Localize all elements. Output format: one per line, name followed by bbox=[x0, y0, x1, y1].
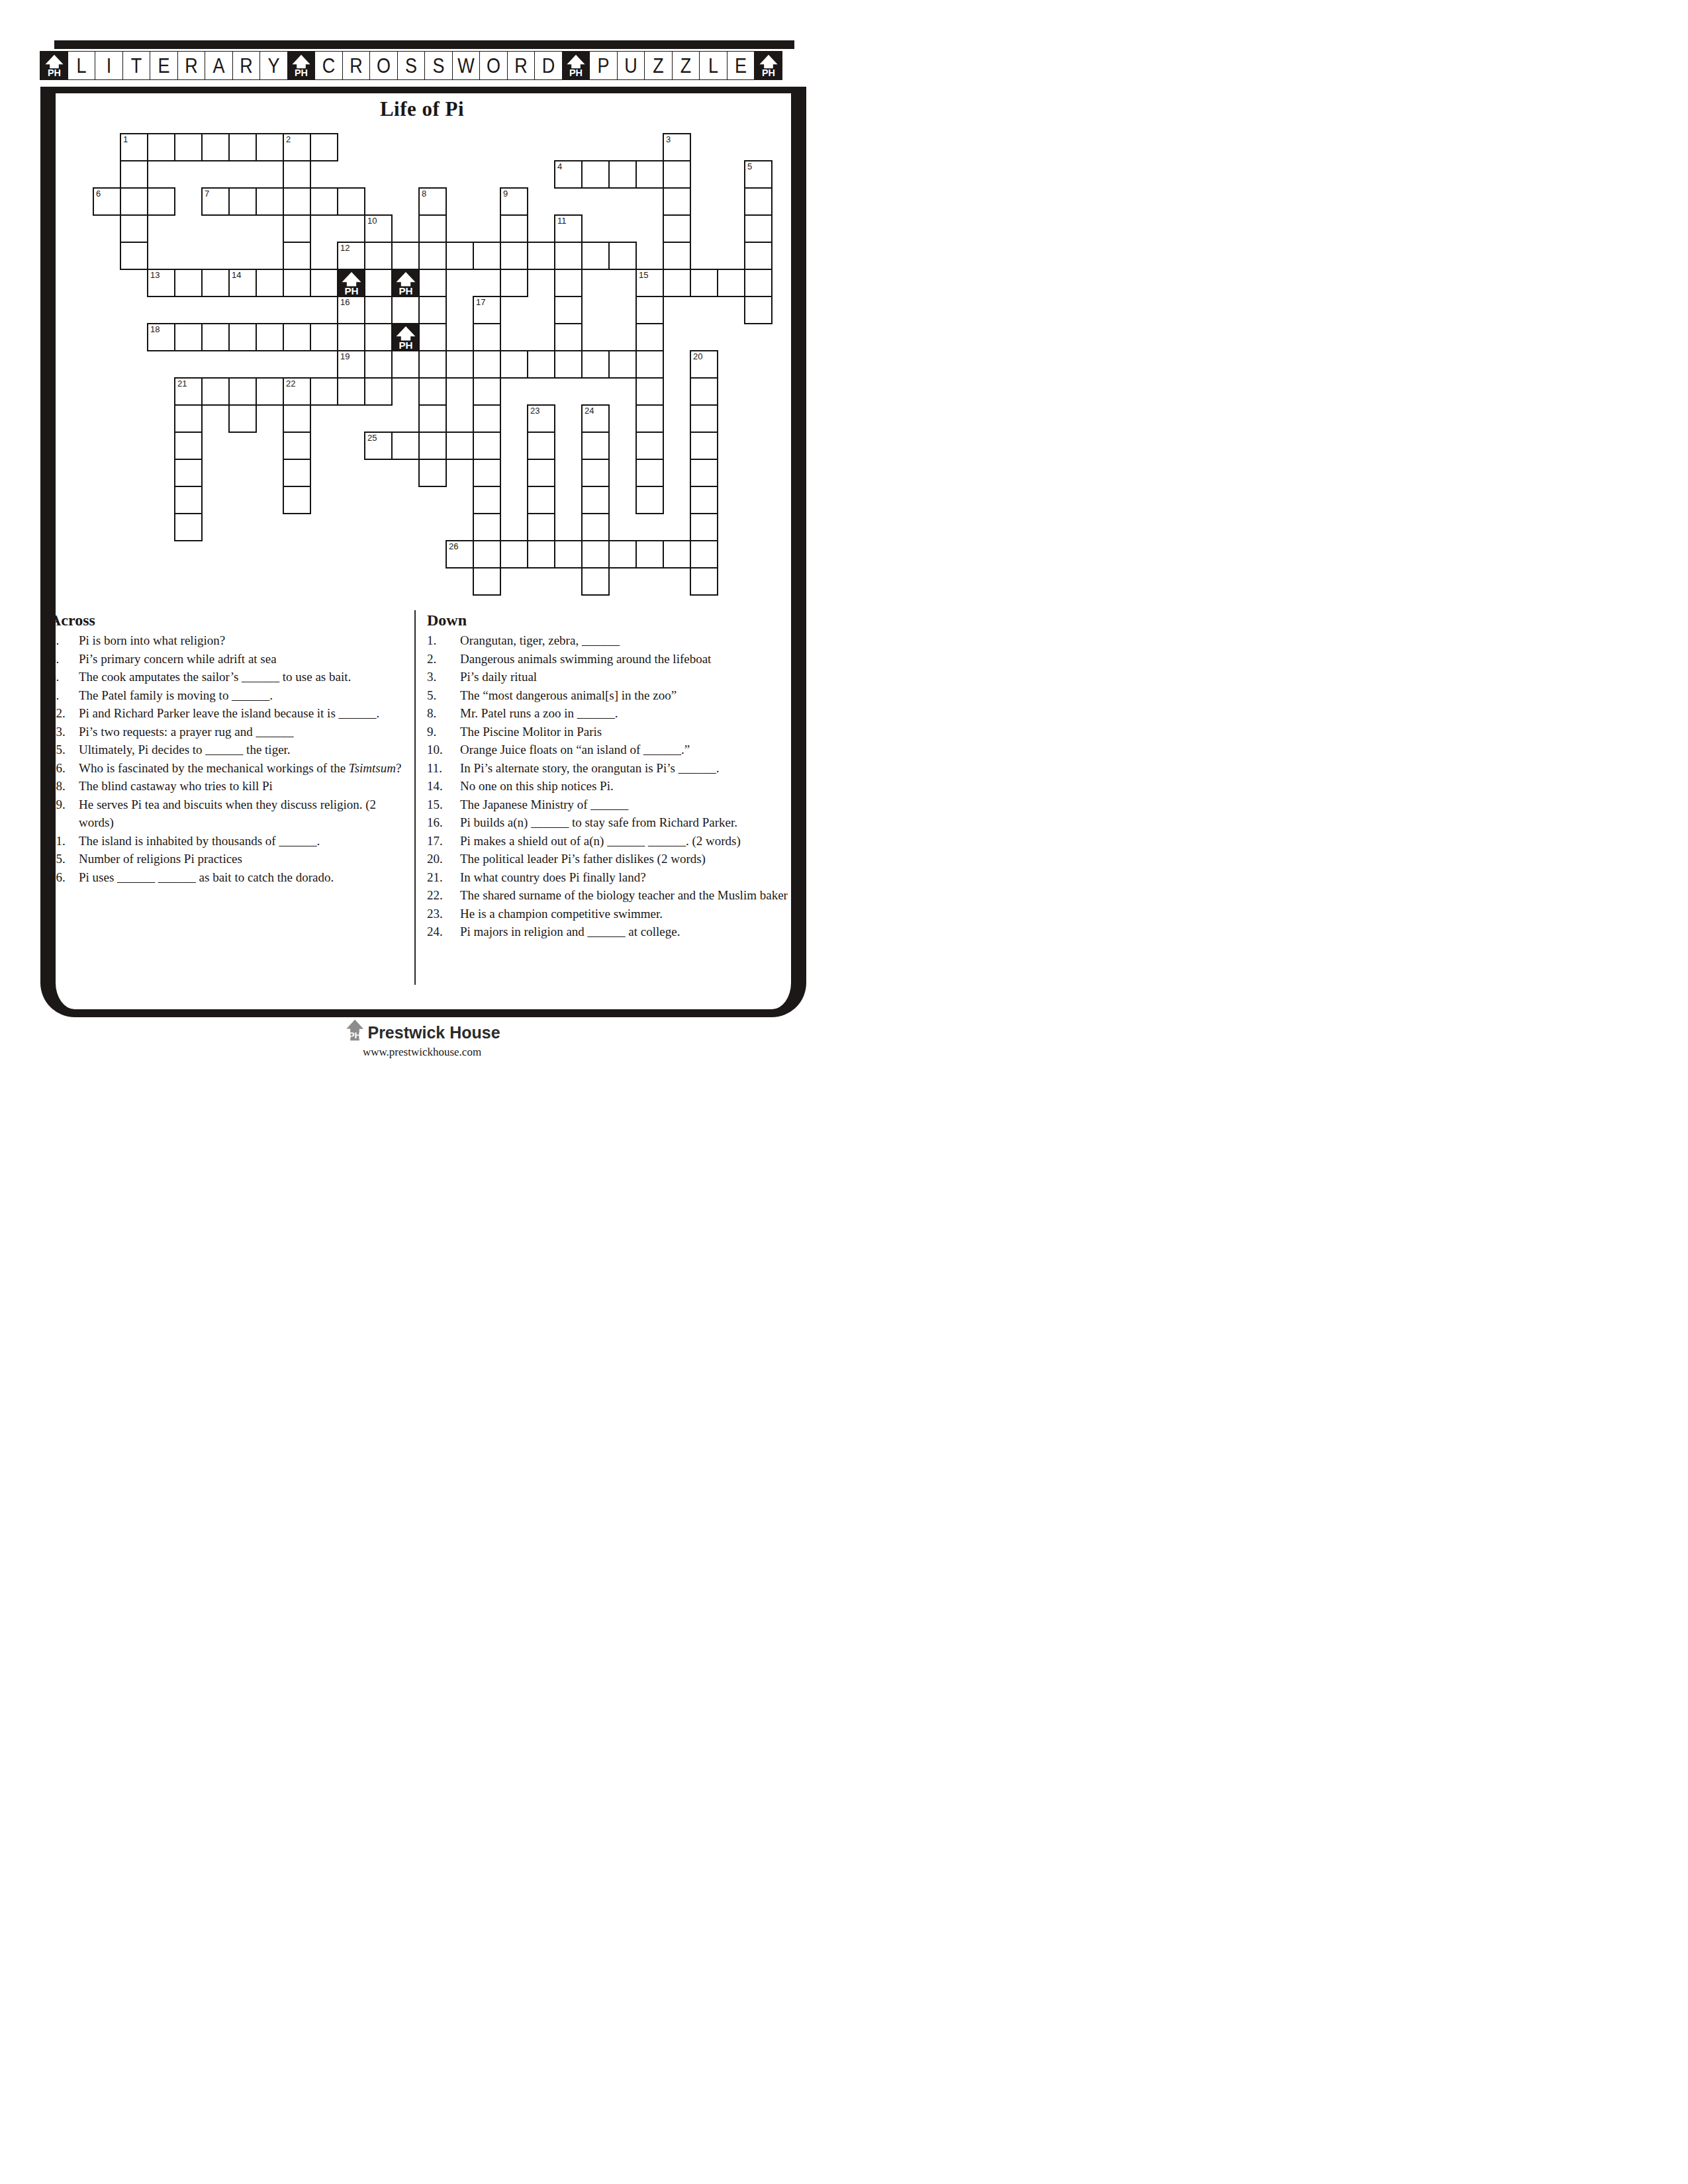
grid-cell[interactable] bbox=[581, 432, 610, 460]
clue-number: 25. bbox=[50, 850, 79, 868]
grid-cell[interactable] bbox=[635, 404, 664, 433]
clue-number-label: 14 bbox=[232, 271, 241, 280]
grid-cell[interactable] bbox=[744, 214, 773, 243]
clue-number-label: 3 bbox=[666, 135, 671, 144]
grid-cell[interactable] bbox=[690, 432, 718, 460]
clue-column-divider bbox=[414, 610, 416, 985]
grid-cell[interactable] bbox=[635, 486, 664, 514]
grid-cell[interactable]: 17 bbox=[473, 296, 501, 324]
grid-cell[interactable] bbox=[256, 323, 284, 351]
clue-item: 25.Number of religions Pi practices bbox=[50, 850, 407, 868]
clue-number-label: 8 bbox=[422, 189, 426, 199]
clue-text: Number of religions Pi practices bbox=[79, 850, 407, 868]
grid-cell[interactable] bbox=[310, 377, 338, 406]
grid-cell[interactable] bbox=[228, 404, 257, 433]
clue-number: 11. bbox=[427, 759, 460, 778]
grid-cell[interactable] bbox=[663, 160, 691, 189]
grid-cell[interactable] bbox=[364, 323, 393, 351]
grid-cell[interactable] bbox=[690, 404, 718, 433]
grid-cell[interactable] bbox=[635, 160, 664, 189]
grid-cell[interactable] bbox=[473, 377, 501, 406]
banner-letter-tile: U bbox=[617, 51, 645, 80]
grid-cell[interactable] bbox=[283, 404, 311, 433]
clue-item: 17.Pi makes a shield out of a(n) ______ … bbox=[427, 832, 788, 850]
grid-cell[interactable]: 9 bbox=[500, 187, 528, 216]
grid-cell[interactable] bbox=[635, 432, 664, 460]
clue-number-label: 16 bbox=[340, 298, 350, 307]
grid-cell[interactable] bbox=[445, 350, 474, 379]
grid-cell[interactable] bbox=[581, 350, 610, 379]
grid-cell[interactable]: 7 bbox=[201, 187, 230, 216]
clue-number: 5. bbox=[427, 686, 460, 705]
grid-cell[interactable] bbox=[310, 187, 338, 216]
clue-text: The Japanese Ministry of ______ bbox=[460, 796, 788, 814]
down-clue-list: 1.Orangutan, tiger, zebra, ______2.Dange… bbox=[427, 631, 788, 941]
publisher-logo-row: PH Prestwick House bbox=[0, 1019, 844, 1046]
clue-text: Pi majors in religion and ______ at coll… bbox=[460, 923, 788, 941]
clue-number-label: 21 bbox=[177, 379, 187, 388]
grid-cell[interactable] bbox=[418, 323, 447, 351]
clue-item: 19.He serves Pi tea and biscuits when th… bbox=[50, 796, 407, 832]
grid-cell[interactable] bbox=[690, 513, 718, 541]
clue-text: Pi uses ______ ______ as bait to catch t… bbox=[79, 868, 407, 887]
grid-cell[interactable] bbox=[608, 350, 637, 379]
banner-letter-tile: A bbox=[205, 51, 233, 80]
grid-cell[interactable] bbox=[554, 269, 583, 297]
grid-cell[interactable] bbox=[391, 432, 420, 460]
clue-number-label: 9 bbox=[503, 189, 508, 199]
clue-number-label: 1 bbox=[123, 135, 128, 144]
clue-text: Pi’s daily ritual bbox=[460, 668, 788, 686]
clue-number: 9. bbox=[427, 723, 460, 741]
grid-cell[interactable] bbox=[744, 296, 773, 324]
ph-house-icon: PH bbox=[562, 51, 590, 80]
clue-number-label: 19 bbox=[340, 352, 350, 361]
grid-cell[interactable] bbox=[310, 269, 338, 297]
grid-cell[interactable] bbox=[418, 214, 447, 243]
grid-cell[interactable] bbox=[445, 432, 474, 460]
banner-letter-tile: C bbox=[314, 51, 343, 80]
grid-cell[interactable] bbox=[635, 459, 664, 487]
grid-cell[interactable] bbox=[228, 187, 257, 216]
grid-cell[interactable] bbox=[744, 242, 773, 270]
grid-cell[interactable] bbox=[391, 296, 420, 324]
grid-cell[interactable] bbox=[174, 432, 203, 460]
clue-number: 15. bbox=[50, 741, 79, 759]
banner-letter-tile: R bbox=[232, 51, 261, 80]
clue-item: 13.Pi’s two requests: a prayer rug and _… bbox=[50, 723, 407, 741]
clue-text: Mr. Patel runs a zoo in ______. bbox=[460, 704, 788, 723]
grid-cell[interactable] bbox=[473, 404, 501, 433]
clue-item: 26.Pi uses ______ ______ as bait to catc… bbox=[50, 868, 407, 887]
svg-text:PH: PH bbox=[399, 340, 412, 349]
grid-cell[interactable] bbox=[690, 486, 718, 514]
grid-cell[interactable] bbox=[283, 486, 311, 514]
svg-text:PH: PH bbox=[295, 68, 308, 77]
grid-cell[interactable] bbox=[581, 513, 610, 541]
grid-cell[interactable] bbox=[283, 269, 311, 297]
grid-cell[interactable] bbox=[310, 133, 338, 161]
grid-cell[interactable] bbox=[228, 323, 257, 351]
grid-cell[interactable] bbox=[663, 187, 691, 216]
grid-cell[interactable] bbox=[500, 350, 528, 379]
clue-number: 3. bbox=[427, 668, 460, 686]
grid-cell[interactable] bbox=[147, 187, 175, 216]
clue-text: Pi’s two requests: a prayer rug and ____… bbox=[79, 723, 407, 741]
grid-cell[interactable] bbox=[283, 432, 311, 460]
grid-cell[interactable] bbox=[581, 567, 610, 596]
grid-cell[interactable]: 21 bbox=[174, 377, 203, 406]
grid-cell[interactable] bbox=[581, 459, 610, 487]
grid-cell[interactable]: 2 bbox=[283, 133, 311, 161]
clue-item: 5.The “most dangerous animal[s] in the z… bbox=[427, 686, 788, 705]
grid-cell[interactable] bbox=[310, 323, 338, 351]
grid-cell[interactable] bbox=[500, 214, 528, 243]
clue-text: Pi builds a(n) ______ to stay safe from … bbox=[460, 813, 788, 832]
grid-cell[interactable] bbox=[364, 296, 393, 324]
grid-cell[interactable]: 11 bbox=[554, 214, 583, 243]
prestwick-house-logo-icon: PH bbox=[344, 1019, 366, 1046]
clue-number-label: 12 bbox=[340, 244, 350, 253]
grid-cell[interactable] bbox=[473, 323, 501, 351]
grid-cell[interactable] bbox=[120, 160, 148, 189]
grid-cell[interactable] bbox=[256, 269, 284, 297]
clue-number-label: 26 bbox=[449, 542, 458, 551]
grid-cell[interactable] bbox=[554, 540, 583, 569]
grid-cell[interactable] bbox=[635, 350, 664, 379]
clue-number: 2. bbox=[427, 650, 460, 668]
grid-cell[interactable]: 19 bbox=[337, 350, 365, 379]
grid-cell[interactable] bbox=[527, 350, 555, 379]
clue-number-label: 17 bbox=[476, 298, 485, 307]
grid-cell[interactable] bbox=[527, 242, 555, 270]
clue-number: 7. bbox=[50, 686, 79, 705]
clue-number-label: 15 bbox=[639, 271, 648, 280]
clue-item: 4.Pi’s primary concern while adrift at s… bbox=[50, 650, 407, 668]
grid-cell[interactable] bbox=[473, 432, 501, 460]
svg-text:PH: PH bbox=[399, 285, 412, 295]
grid-cell[interactable] bbox=[473, 242, 501, 270]
grid-cell[interactable] bbox=[418, 404, 447, 433]
grid-cell[interactable] bbox=[690, 269, 718, 297]
grid-cell[interactable] bbox=[581, 242, 610, 270]
svg-text:PH: PH bbox=[47, 68, 60, 77]
clue-text: The blind castaway who tries to kill Pi bbox=[79, 777, 407, 796]
clue-number: 18. bbox=[50, 777, 79, 796]
grid-cell[interactable] bbox=[690, 540, 718, 569]
top-rule-bar bbox=[54, 40, 794, 49]
grid-cell[interactable] bbox=[581, 540, 610, 569]
grid-cell[interactable] bbox=[527, 486, 555, 514]
clue-number-label: 23 bbox=[530, 406, 539, 416]
across-clue-list: 1.Pi is born into what religion?4.Pi’s p… bbox=[50, 631, 407, 886]
grid-cell[interactable] bbox=[473, 486, 501, 514]
clue-text: Pi is born into what religion? bbox=[79, 631, 407, 650]
grid-cell[interactable] bbox=[663, 540, 691, 569]
clue-number: 22. bbox=[427, 886, 460, 905]
clue-text: Pi makes a shield out of a(n) ______ ___… bbox=[460, 832, 788, 850]
grid-cell[interactable] bbox=[174, 323, 203, 351]
blocked-ph-cell: PH bbox=[391, 269, 420, 297]
clue-item: 16.Who is fascinated by the mechanical w… bbox=[50, 759, 407, 778]
grid-cell[interactable] bbox=[473, 350, 501, 379]
grid-cell[interactable]: 4 bbox=[554, 160, 583, 189]
grid-cell[interactable] bbox=[228, 377, 257, 406]
grid-cell[interactable] bbox=[201, 377, 230, 406]
blocked-ph-cell: PH bbox=[391, 323, 420, 351]
clue-number: 23. bbox=[427, 905, 460, 923]
svg-text:PH: PH bbox=[344, 285, 358, 295]
clue-number: 17. bbox=[427, 832, 460, 850]
clue-item: 15.Ultimately, Pi decides to ______ the … bbox=[50, 741, 407, 759]
clue-text: Ultimately, Pi decides to ______ the tig… bbox=[79, 741, 407, 759]
clue-item: 12.Pi and Richard Parker leave the islan… bbox=[50, 704, 407, 723]
banner-letter-tile: R bbox=[342, 51, 371, 80]
grid-cell[interactable] bbox=[527, 432, 555, 460]
grid-cell[interactable] bbox=[174, 269, 203, 297]
banner-letter-tile: P bbox=[589, 51, 618, 80]
clue-item: 1.Orangutan, tiger, zebra, ______ bbox=[427, 631, 788, 650]
grid-cell[interactable] bbox=[500, 242, 528, 270]
clue-item: 18.The blind castaway who tries to kill … bbox=[50, 777, 407, 796]
clue-number-label: 2 bbox=[286, 135, 291, 144]
clue-item: 11.In Pi’s alternate story, the oranguta… bbox=[427, 759, 788, 778]
banner-letter-tile: I bbox=[95, 51, 123, 80]
grid-cell[interactable] bbox=[554, 242, 583, 270]
banner-letter-tile: E bbox=[727, 51, 755, 80]
grid-cell[interactable] bbox=[283, 214, 311, 243]
grid-cell[interactable] bbox=[663, 242, 691, 270]
banner-letter-tile: W bbox=[452, 51, 481, 80]
banner-letter-tile: O bbox=[369, 51, 398, 80]
clue-text: In what country does Pi finally land? bbox=[460, 868, 788, 887]
clue-number-label: 7 bbox=[205, 189, 209, 199]
banner-letter-tile: S bbox=[424, 51, 453, 80]
grid-cell[interactable] bbox=[445, 242, 474, 270]
grid-cell[interactable] bbox=[364, 377, 393, 406]
grid-cell[interactable] bbox=[554, 323, 583, 351]
banner-letter-tile: T bbox=[122, 51, 151, 80]
grid-cell[interactable] bbox=[473, 567, 501, 596]
clue-item: 2.Dangerous animals swimming around the … bbox=[427, 650, 788, 668]
clue-item: 21.The island is inhabited by thousands … bbox=[50, 832, 407, 850]
clue-number: 16. bbox=[427, 813, 460, 832]
grid-cell[interactable] bbox=[256, 133, 284, 161]
grid-cell[interactable] bbox=[120, 214, 148, 243]
grid-cell[interactable] bbox=[663, 214, 691, 243]
grid-cell[interactable]: 16 bbox=[337, 296, 365, 324]
clue-text: Dangerous animals swimming around the li… bbox=[460, 650, 788, 668]
clue-number: 1. bbox=[50, 631, 79, 650]
grid-cell[interactable] bbox=[174, 459, 203, 487]
grid-cell[interactable] bbox=[337, 187, 365, 216]
grid-cell[interactable] bbox=[473, 540, 501, 569]
grid-cell[interactable] bbox=[581, 160, 610, 189]
grid-cell[interactable] bbox=[527, 540, 555, 569]
banner-letter-tile: R bbox=[507, 51, 536, 80]
grid-cell[interactable] bbox=[554, 296, 583, 324]
clue-number: 6. bbox=[50, 668, 79, 686]
clue-number-label: 22 bbox=[286, 379, 295, 388]
grid-cell[interactable] bbox=[283, 187, 311, 216]
clue-item: 6.The cook amputates the sailor’s ______… bbox=[50, 668, 407, 686]
clue-number: 1. bbox=[427, 631, 460, 650]
grid-cell[interactable]: 14 bbox=[228, 269, 257, 297]
banner-letter-tile: L bbox=[699, 51, 727, 80]
grid-cell[interactable]: 6 bbox=[93, 187, 121, 216]
grid-cell[interactable] bbox=[256, 377, 284, 406]
ph-house-icon: PH bbox=[754, 51, 782, 80]
grid-cell[interactable]: 3 bbox=[663, 133, 691, 161]
clue-text: The cook amputates the sailor’s ______ t… bbox=[79, 668, 407, 686]
grid-cell[interactable]: 15 bbox=[635, 269, 664, 297]
clue-item: 24.Pi majors in religion and ______ at c… bbox=[427, 923, 788, 941]
grid-cell[interactable]: 20 bbox=[690, 350, 718, 379]
grid-cell[interactable] bbox=[418, 350, 447, 379]
down-heading: Down bbox=[427, 612, 788, 629]
grid-cell[interactable] bbox=[174, 404, 203, 433]
clue-number-label: 4 bbox=[557, 162, 562, 171]
grid-cell[interactable] bbox=[283, 160, 311, 189]
clue-number: 13. bbox=[50, 723, 79, 741]
across-clues-section: Across 1.Pi is born into what religion?4… bbox=[50, 612, 407, 886]
grid-cell[interactable]: 18 bbox=[147, 323, 175, 351]
clue-number: 26. bbox=[50, 868, 79, 887]
grid-cell[interactable] bbox=[337, 377, 365, 406]
clue-text: The shared surname of the biology teache… bbox=[460, 886, 788, 905]
clue-text: The “most dangerous animal[s] in the zoo… bbox=[460, 686, 788, 705]
grid-cell[interactable] bbox=[473, 513, 501, 541]
grid-cell[interactable] bbox=[635, 540, 664, 569]
grid-cell[interactable]: 8 bbox=[418, 187, 447, 216]
clue-number-label: 13 bbox=[150, 271, 160, 280]
clue-number: 12. bbox=[50, 704, 79, 723]
grid-cell[interactable] bbox=[391, 350, 420, 379]
grid-cell[interactable] bbox=[418, 269, 447, 297]
grid-cell[interactable] bbox=[527, 459, 555, 487]
grid-cell[interactable] bbox=[391, 242, 420, 270]
clue-number: 16. bbox=[50, 759, 79, 778]
grid-cell[interactable]: 13 bbox=[147, 269, 175, 297]
grid-cell[interactable] bbox=[120, 242, 148, 270]
clue-item: 20.The political leader Pi’s father disl… bbox=[427, 850, 788, 868]
grid-cell[interactable] bbox=[744, 187, 773, 216]
grid-cell[interactable]: 25 bbox=[364, 432, 393, 460]
grid-cell[interactable]: 5 bbox=[744, 160, 773, 189]
clue-number-label: 25 bbox=[367, 433, 377, 443]
grid-cell[interactable] bbox=[690, 567, 718, 596]
grid-cell[interactable] bbox=[527, 513, 555, 541]
grid-cell[interactable] bbox=[147, 133, 175, 161]
grid-cell[interactable]: 26 bbox=[445, 540, 474, 569]
clue-text: Pi’s primary concern while adrift at sea bbox=[79, 650, 407, 668]
clue-number-label: 10 bbox=[367, 216, 377, 226]
clue-text: The Patel family is moving to ______. bbox=[79, 686, 407, 705]
clue-number: 14. bbox=[427, 777, 460, 796]
banner-letter-tile: S bbox=[397, 51, 426, 80]
grid-cell[interactable]: 23 bbox=[527, 404, 555, 433]
grid-cell[interactable] bbox=[283, 323, 311, 351]
clue-number: 4. bbox=[50, 650, 79, 668]
clue-number: 19. bbox=[50, 796, 79, 832]
grid-cell[interactable]: 1 bbox=[120, 133, 148, 161]
grid-cell[interactable] bbox=[418, 242, 447, 270]
grid-cell[interactable] bbox=[663, 269, 691, 297]
grid-cell[interactable] bbox=[635, 296, 664, 324]
grid-cell[interactable]: 12 bbox=[337, 242, 365, 270]
grid-cell[interactable] bbox=[228, 133, 257, 161]
grid-cell[interactable] bbox=[364, 350, 393, 379]
grid-cell[interactable] bbox=[120, 187, 148, 216]
grid-cell[interactable] bbox=[174, 133, 203, 161]
grid-cell[interactable] bbox=[608, 540, 637, 569]
clue-text: Who is fascinated by the mechanical work… bbox=[79, 759, 407, 778]
grid-cell[interactable] bbox=[744, 269, 773, 297]
ph-house-icon: PH bbox=[40, 51, 68, 80]
grid-cell[interactable] bbox=[283, 242, 311, 270]
svg-text:PH: PH bbox=[761, 68, 774, 77]
banner-letter-tile: E bbox=[150, 51, 178, 80]
grid-cell[interactable] bbox=[473, 459, 501, 487]
grid-cell[interactable] bbox=[337, 323, 365, 351]
grid-cell[interactable] bbox=[256, 187, 284, 216]
grid-cell[interactable] bbox=[690, 377, 718, 406]
grid-cell[interactable] bbox=[608, 242, 637, 270]
grid-cell[interactable] bbox=[201, 269, 230, 297]
clue-text: Orange Juice floats on “an island of ___… bbox=[460, 741, 788, 759]
grid-cell[interactable] bbox=[608, 160, 637, 189]
blocked-ph-cell: PH bbox=[337, 269, 365, 297]
grid-cell[interactable] bbox=[283, 459, 311, 487]
grid-cell[interactable] bbox=[500, 540, 528, 569]
grid-cell[interactable] bbox=[581, 486, 610, 514]
grid-cell[interactable] bbox=[418, 377, 447, 406]
grid-cell[interactable] bbox=[554, 350, 583, 379]
grid-cell[interactable] bbox=[201, 323, 230, 351]
grid-cell[interactable] bbox=[418, 459, 447, 487]
clue-number: 15. bbox=[427, 796, 460, 814]
grid-cell[interactable] bbox=[364, 269, 393, 297]
clue-item: 16.Pi builds a(n) ______ to stay safe fr… bbox=[427, 813, 788, 832]
grid-cell[interactable] bbox=[201, 133, 230, 161]
clue-number: 20. bbox=[427, 850, 460, 868]
grid-cell[interactable] bbox=[418, 296, 447, 324]
grid-cell[interactable] bbox=[635, 377, 664, 406]
grid-cell[interactable] bbox=[500, 269, 528, 297]
grid-cell[interactable]: 10 bbox=[364, 214, 393, 243]
grid-cell[interactable] bbox=[690, 459, 718, 487]
clue-number: 8. bbox=[427, 704, 460, 723]
grid-cell[interactable]: 22 bbox=[283, 377, 311, 406]
clue-item: 10.Orange Juice floats on “an island of … bbox=[427, 741, 788, 759]
clue-item: 22.The shared surname of the biology tea… bbox=[427, 886, 788, 905]
across-heading: Across bbox=[50, 612, 407, 629]
grid-cell[interactable] bbox=[717, 269, 745, 297]
clue-item: 21.In what country does Pi finally land? bbox=[427, 868, 788, 887]
grid-cell[interactable]: 24 bbox=[581, 404, 610, 433]
publisher-name: Prestwick House bbox=[367, 1023, 500, 1042]
grid-cell[interactable] bbox=[174, 486, 203, 514]
grid-cell[interactable] bbox=[418, 432, 447, 460]
clue-item: 15.The Japanese Ministry of ______ bbox=[427, 796, 788, 814]
clue-text: In Pi’s alternate story, the orangutan i… bbox=[460, 759, 788, 778]
clue-text: The political leader Pi’s father dislike… bbox=[460, 850, 788, 868]
grid-cell[interactable] bbox=[174, 513, 203, 541]
clue-item: 1.Pi is born into what religion? bbox=[50, 631, 407, 650]
banner-letter-tile: O bbox=[479, 51, 508, 80]
grid-cell[interactable] bbox=[364, 242, 393, 270]
grid-cell[interactable] bbox=[635, 323, 664, 351]
